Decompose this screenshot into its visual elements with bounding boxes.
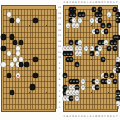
- move-number: 64: [82, 86, 84, 88]
- coordinate-label: M: [95, 115, 97, 117]
- black-stone: 33: [107, 23, 111, 28]
- move-number: 24: [105, 42, 107, 44]
- black-stone: [33, 73, 38, 78]
- black-stone: 83: [104, 73, 108, 78]
- star-point: [29, 25, 30, 26]
- black-stone: 53: [113, 40, 117, 45]
- black-stone: 73: [101, 57, 105, 62]
- move-number: 27: [99, 19, 101, 21]
- black-stone: 5: [92, 7, 96, 12]
- coordinate-label: E: [75, 115, 76, 117]
- white-stone: [1, 62, 6, 67]
- move-number: 36: [85, 47, 87, 49]
- black-stone: [7, 73, 12, 78]
- white-stone: 8: [90, 18, 94, 23]
- move-number: 3: [74, 8, 75, 10]
- move-number: 29: [117, 19, 119, 21]
- black-stone: [33, 18, 38, 23]
- move-number: 109: [116, 92, 119, 94]
- coordinate-label: 12: [58, 46, 61, 48]
- white-stone: 54: [81, 79, 85, 84]
- coordinate-label: G: [81, 115, 83, 117]
- move-number: 103: [75, 86, 78, 88]
- black-stone: [30, 84, 35, 89]
- coordinate-label: O: [101, 115, 103, 117]
- move-number: 34: [79, 47, 81, 49]
- move-number: 79: [117, 69, 119, 71]
- black-stone: [10, 90, 15, 95]
- black-stone: 81: [63, 73, 67, 78]
- coordinate-label: 15: [58, 29, 61, 31]
- star-point: [108, 92, 109, 93]
- move-number: 44: [79, 53, 81, 55]
- white-stone: 44: [78, 51, 82, 56]
- white-stone: 6: [78, 18, 82, 23]
- move-number: 77: [117, 64, 119, 66]
- move-number: 82: [117, 103, 119, 105]
- last-move-marker: [17, 75, 19, 77]
- coordinate-label: R: [110, 115, 112, 117]
- move-number: 74: [76, 92, 78, 94]
- move-number: 67: [90, 53, 92, 55]
- white-stone: 58: [107, 79, 111, 84]
- black-stone: 105: [95, 85, 99, 90]
- move-number: 59: [114, 47, 116, 49]
- white-stone: 38: [90, 46, 94, 51]
- move-number: 101: [64, 86, 67, 88]
- coordinate-label: 16: [58, 24, 61, 26]
- move-number: 54: [82, 80, 84, 82]
- move-number: 80: [76, 97, 78, 99]
- white-stone: 36: [84, 46, 88, 51]
- coordinate-label: G: [81, 1, 83, 3]
- move-number: 2: [108, 14, 109, 16]
- grid-line: [94, 9, 95, 109]
- grid-line: [65, 65, 117, 66]
- coordinate-label: H: [84, 115, 86, 117]
- grid-line: [44, 9, 45, 109]
- coordinate-label: 10: [58, 57, 61, 59]
- move-number: 113: [116, 97, 119, 99]
- grid-line: [3, 70, 55, 71]
- white-stone: 4: [72, 18, 76, 23]
- white-stone: 64: [81, 85, 85, 90]
- grid-line: [3, 104, 55, 105]
- white-stone: [10, 62, 15, 67]
- move-number: 75: [76, 64, 78, 66]
- move-number: 46: [96, 53, 98, 55]
- coordinate-label: B: [67, 1, 69, 3]
- grid-line: [112, 9, 113, 109]
- white-stone: [16, 18, 21, 23]
- coordinate-label: F: [78, 115, 79, 117]
- grid-line: [38, 9, 39, 109]
- black-stone: 77: [116, 62, 120, 67]
- coordinate-label: 11: [58, 52, 61, 54]
- black-stone: 43: [69, 40, 73, 45]
- black-stone: 67: [90, 51, 94, 56]
- black-stone: 113: [116, 96, 120, 101]
- move-number: 31: [102, 25, 104, 27]
- white-stone: 22: [78, 40, 82, 45]
- white-stone: [7, 51, 12, 56]
- coordinate-label: T: [116, 1, 117, 3]
- coordinate-label: 6: [59, 79, 60, 81]
- move-number: 33: [108, 25, 110, 27]
- black-stone: [19, 62, 24, 67]
- move-number: 105: [96, 86, 99, 88]
- coordinate-label: J: [87, 1, 88, 3]
- black-stone: 31: [101, 23, 105, 28]
- move-number: 35: [96, 31, 98, 33]
- black-stone: 99: [113, 79, 117, 84]
- white-stone: 48: [116, 57, 120, 62]
- move-number: 43: [70, 42, 72, 44]
- move-number: 85: [111, 75, 113, 77]
- grid-line: [65, 104, 117, 105]
- move-number: 65: [70, 53, 72, 55]
- white-stone: 24: [104, 40, 108, 45]
- coordinate-label: 9: [59, 63, 60, 65]
- grid-line: [97, 9, 98, 109]
- white-stone: [13, 57, 18, 62]
- black-stone: 71: [69, 57, 73, 62]
- move-number: 30: [70, 47, 72, 49]
- white-stone: [16, 46, 21, 51]
- star-point: [46, 59, 47, 60]
- coordinate-label: T: [116, 115, 117, 117]
- coordinate-label: 19: [58, 7, 61, 9]
- move-number: 37: [105, 31, 107, 33]
- move-number: 58: [108, 80, 110, 82]
- coordinate-label: L: [93, 115, 94, 117]
- right-board-row-labels: 19181716151413121110987654321: [56, 5, 63, 112]
- move-number: 13: [73, 14, 75, 16]
- move-number: 48: [117, 58, 119, 60]
- white-stone: [16, 51, 21, 56]
- move-number: 111: [70, 97, 73, 99]
- black-stone: 75: [75, 62, 79, 67]
- star-point: [108, 59, 109, 60]
- move-number: 73: [102, 58, 104, 60]
- coordinate-label: P: [104, 1, 105, 3]
- black-stone: 21: [98, 12, 102, 17]
- coordinate-label: 13: [58, 40, 61, 42]
- black-stone: [19, 40, 24, 45]
- coordinate-label: 18: [58, 13, 61, 15]
- move-number: 91: [76, 80, 78, 82]
- move-number: 53: [114, 42, 116, 44]
- move-number: 12: [67, 25, 69, 27]
- grid-line: [53, 9, 54, 109]
- move-number: 99: [114, 80, 116, 82]
- grid-line: [41, 9, 42, 109]
- coordinate-label: B: [67, 115, 69, 117]
- move-number: 22: [79, 42, 81, 44]
- white-stone: 80: [75, 96, 79, 101]
- coordinate-label: 3: [59, 96, 60, 98]
- star-point: [29, 92, 30, 93]
- coordinate-label: K: [90, 115, 92, 117]
- go-app-screen: 19181716151413121110987654321 ABCDEFGHJK…: [0, 0, 120, 120]
- black-stone: [13, 40, 18, 45]
- coordinate-label: 7: [59, 74, 60, 76]
- coordinate-label: M: [95, 1, 97, 3]
- white-stone: 46: [95, 51, 99, 56]
- coordinate-label: C: [69, 115, 71, 117]
- grid-line: [3, 81, 55, 82]
- black-stone: 103: [75, 85, 79, 90]
- coordinate-label: Q: [107, 1, 109, 3]
- coordinate-label: L: [93, 1, 94, 3]
- coordinate-label: 2: [59, 101, 60, 103]
- move-number: 38: [90, 47, 92, 49]
- coordinate-label: K: [90, 1, 92, 3]
- move-number: 81: [64, 75, 66, 77]
- black-stone: 57: [107, 46, 111, 51]
- move-number: 56: [96, 80, 98, 82]
- move-number: 7: [100, 8, 101, 10]
- coordinate-label: D: [72, 1, 74, 3]
- move-number: 57: [108, 47, 110, 49]
- coordinate-label: N: [98, 1, 100, 3]
- black-stone: 85: [110, 73, 114, 78]
- black-stone: 9: [113, 7, 117, 12]
- black-stone: 91: [75, 79, 79, 84]
- coordinate-label: P: [104, 115, 105, 117]
- coordinate-label: S: [113, 1, 114, 3]
- black-stone: [1, 46, 6, 51]
- star-point: [91, 92, 92, 93]
- white-stone: [7, 12, 12, 17]
- white-stone: 34: [78, 46, 82, 51]
- white-stone: 56: [95, 79, 99, 84]
- right-board-col-labels-bottom: ABCDEFGHJKLMNOPQRST: [63, 113, 118, 120]
- black-stone: [10, 18, 15, 23]
- black-stone: 7: [98, 7, 102, 12]
- grid-line: [3, 109, 55, 110]
- grid-line: [50, 9, 51, 109]
- move-number: 71: [70, 58, 72, 60]
- coordinate-label: 8: [59, 68, 60, 70]
- black-stone: 101: [63, 85, 67, 90]
- black-stone: 109: [116, 90, 120, 95]
- move-number: 83: [105, 75, 107, 77]
- move-number: 41: [117, 36, 119, 38]
- black-stone: 3: [72, 7, 76, 12]
- star-point: [12, 25, 13, 26]
- white-stone: 2: [107, 12, 111, 17]
- star-point: [29, 59, 30, 60]
- coordinate-label: 17: [58, 18, 61, 20]
- star-point: [91, 25, 92, 26]
- black-stone: 23: [116, 12, 120, 17]
- white-stone: 82: [116, 101, 120, 106]
- coordinate-label: 1: [59, 107, 60, 109]
- coordinate-label: 14: [58, 35, 61, 37]
- grid-line: [65, 109, 117, 110]
- coordinate-label: 4: [59, 90, 60, 92]
- coordinate-label: N: [98, 115, 100, 117]
- coordinate-label: A: [64, 115, 66, 117]
- move-number: 23: [117, 14, 119, 16]
- black-stone: 27: [98, 18, 102, 23]
- coordinate-label: D: [72, 115, 74, 117]
- black-stone: 13: [72, 12, 76, 17]
- move-number: 6: [79, 19, 80, 21]
- coordinate-label: O: [101, 1, 103, 3]
- coordinate-label: F: [78, 1, 79, 3]
- black-stone: 37: [104, 29, 108, 34]
- black-stone: 59: [113, 46, 117, 51]
- star-point: [46, 92, 47, 93]
- move-number: 8: [91, 19, 92, 21]
- black-stone: 65: [69, 51, 73, 56]
- white-stone: 16: [75, 23, 79, 28]
- move-number: 5: [94, 8, 95, 10]
- black-stone: [1, 34, 6, 39]
- star-point: [46, 25, 47, 26]
- white-stone: [19, 57, 24, 62]
- move-number: 9: [114, 8, 115, 10]
- move-number: 4: [74, 19, 75, 21]
- coordinate-label: E: [75, 1, 76, 3]
- grid-line: [65, 70, 117, 71]
- star-point: [74, 59, 75, 60]
- move-number: 21: [99, 14, 101, 16]
- black-stone: 111: [69, 96, 73, 101]
- black-stone: 41: [116, 35, 120, 40]
- black-stone: [24, 62, 29, 67]
- black-stone: [10, 34, 15, 39]
- coordinate-label: H: [84, 1, 86, 3]
- grid-line: [3, 98, 55, 99]
- white-stone: 30: [69, 46, 73, 51]
- left-board[interactable]: [1, 5, 56, 112]
- right-board[interactable]: 1357911131517192122325468102729121416313…: [63, 5, 118, 112]
- white-stone: 40: [98, 46, 102, 51]
- black-stone: 79: [116, 68, 120, 73]
- coordinate-label: S: [113, 115, 114, 117]
- black-stone: 17: [81, 12, 85, 17]
- coordinate-label: 5: [59, 85, 60, 87]
- coordinate-label: J: [87, 115, 88, 117]
- black-stone: [33, 57, 38, 62]
- coordinate-label: C: [69, 1, 71, 3]
- grid-line: [3, 76, 55, 77]
- white-stone: 74: [75, 90, 79, 95]
- move-number: 40: [99, 47, 101, 49]
- black-stone: 35: [95, 29, 99, 34]
- move-number: 16: [76, 25, 78, 27]
- black-stone: 29: [116, 18, 120, 23]
- coordinate-label: A: [64, 1, 66, 3]
- move-number: 17: [82, 14, 84, 16]
- white-stone: 12: [66, 23, 70, 28]
- coordinate-label: R: [110, 1, 112, 3]
- star-point: [91, 59, 92, 60]
- coordinate-label: Q: [107, 115, 109, 117]
